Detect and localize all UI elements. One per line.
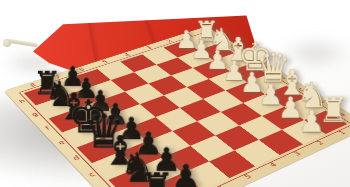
- drawstring-tip: [3, 39, 11, 47]
- black-rook: ♜: [127, 167, 187, 187]
- drawstring-cord: [8, 39, 38, 48]
- square-a8: ♜: [126, 185, 174, 187]
- white-pawn: ♟: [285, 107, 337, 137]
- chess-set-product-photo: 87654321 87654321 hgfedcba hgfedcba ♜♟♟♜…: [0, 0, 350, 187]
